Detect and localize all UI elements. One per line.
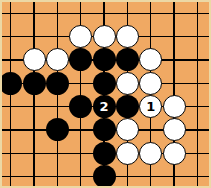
go-stone-white: 1 bbox=[139, 95, 162, 118]
go-stone-white bbox=[23, 48, 46, 71]
go-stone-white bbox=[139, 48, 162, 71]
go-board: 21 bbox=[2, 2, 209, 186]
go-stone-white bbox=[139, 72, 162, 95]
grid-line-vertical bbox=[197, 2, 199, 186]
go-stone-black bbox=[93, 48, 116, 71]
go-stone-black bbox=[23, 72, 46, 95]
go-stone-black: 2 bbox=[93, 95, 116, 118]
go-stone-black bbox=[116, 48, 139, 71]
go-stone-black bbox=[93, 165, 116, 186]
go-stone-white bbox=[116, 25, 139, 48]
go-stone-black bbox=[46, 72, 69, 95]
go-diagram: 21 bbox=[0, 0, 211, 188]
go-stone-white bbox=[139, 142, 162, 165]
go-stone-black bbox=[2, 72, 22, 95]
go-stone-black bbox=[69, 95, 92, 118]
go-stone-black bbox=[93, 142, 116, 165]
move-number-label: 2 bbox=[99, 100, 108, 113]
go-stone-black bbox=[69, 48, 92, 71]
go-stone-white bbox=[163, 95, 186, 118]
go-stone-white bbox=[116, 142, 139, 165]
go-stone-black bbox=[116, 95, 139, 118]
go-stone-white bbox=[163, 142, 186, 165]
go-stone-white bbox=[116, 118, 139, 141]
grid-line-horizontal bbox=[2, 13, 209, 15]
go-stone-white bbox=[163, 118, 186, 141]
go-stone-black bbox=[93, 72, 116, 95]
go-stone-white bbox=[69, 25, 92, 48]
go-stone-black bbox=[46, 118, 69, 141]
go-stone-black bbox=[93, 118, 116, 141]
go-stone-white bbox=[46, 48, 69, 71]
go-stone-white bbox=[93, 25, 116, 48]
go-stone-white bbox=[116, 72, 139, 95]
move-number-label: 1 bbox=[146, 100, 155, 113]
